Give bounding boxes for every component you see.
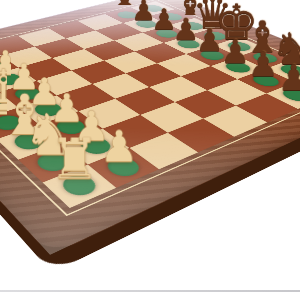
table-shadow-line — [0, 290, 300, 292]
chess-set-photo: ♜♞♝♛♚♝♞♜♟♟♟♟♟♟♟♟♟♟♟♟♟♟♟♟♜♞♝♛♚♝♞♜ — [0, 0, 300, 300]
chess-board: ♜♞♝♛♚♝♞♜♟♟♟♟♟♟♟♟♟♟♟♟♟♟♟♟♜♞♝♛♚♝♞♜ — [0, 0, 300, 256]
white-rook-glyph: ♜ — [21, 131, 129, 187]
black-pawn-glyph: ♟ — [251, 61, 300, 96]
